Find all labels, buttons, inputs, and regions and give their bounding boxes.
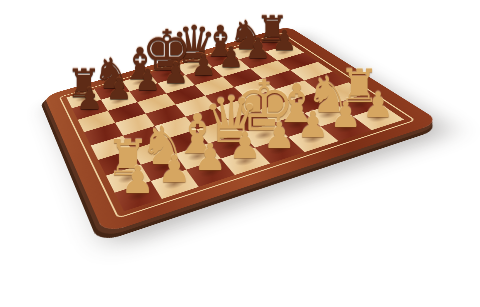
white-pawn[interactable]: ♟ — [362, 87, 394, 122]
black-pawn[interactable]: ♟ — [191, 51, 217, 80]
white-pawn[interactable]: ♟ — [158, 151, 192, 189]
product-photo-stage: ♜♞♝♚♛♝♞♜♟♟♟♟♟♟♟♟♜♞♝♛♚♝♞♜♟♟♟♟♟♟♟♟ — [0, 0, 480, 307]
white-pawn[interactable]: ♟ — [229, 128, 262, 165]
black-pawn[interactable]: ♟ — [106, 75, 133, 105]
white-pawn[interactable]: ♟ — [297, 107, 329, 143]
white-pawn[interactable]: ♟ — [263, 118, 296, 154]
white-pawn[interactable]: ♟ — [121, 162, 155, 200]
black-pawn[interactable]: ♟ — [272, 28, 297, 56]
white-pawn[interactable]: ♟ — [193, 139, 226, 176]
black-pawn[interactable]: ♟ — [76, 83, 103, 113]
piece-layer: ♜♞♝♚♛♝♞♜♟♟♟♟♟♟♟♟♜♞♝♛♚♝♞♜♟♟♟♟♟♟♟♟ — [0, 0, 480, 307]
black-pawn[interactable]: ♟ — [245, 35, 270, 63]
black-pawn[interactable]: ♟ — [135, 67, 161, 96]
black-pawn[interactable]: ♟ — [163, 59, 189, 88]
white-pawn[interactable]: ♟ — [330, 97, 362, 133]
